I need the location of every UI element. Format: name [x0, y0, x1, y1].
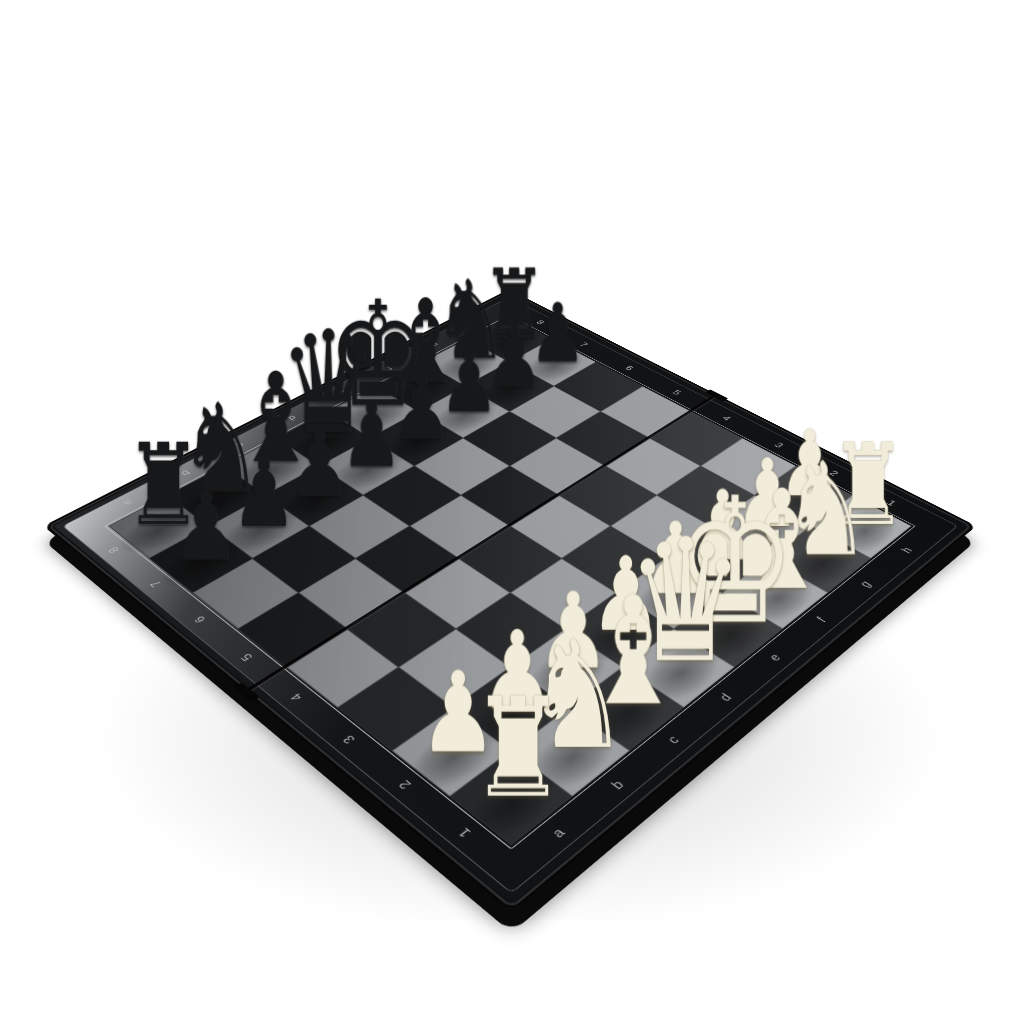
black-pawn-glyph: ♟ — [171, 481, 239, 570]
white-rook-glyph: ♜ — [469, 685, 565, 811]
black-pawn-glyph: ♟ — [230, 450, 296, 537]
chess-set-photo: 87654321 87654321 abcdefgh abcdefgh ♜♞♝♛… — [0, 0, 1010, 1010]
